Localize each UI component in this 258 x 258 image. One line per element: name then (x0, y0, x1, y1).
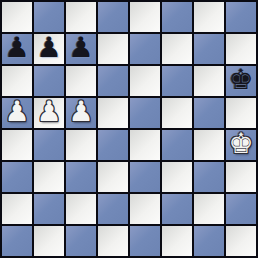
square-h6[interactable]: ♚ (226, 66, 256, 96)
square-f6[interactable] (162, 66, 192, 96)
square-b8[interactable] (34, 2, 64, 32)
square-c6[interactable] (66, 66, 96, 96)
square-b5[interactable]: ♟ (34, 98, 64, 128)
square-d6[interactable] (98, 66, 128, 96)
square-e7[interactable] (130, 34, 160, 64)
square-e6[interactable] (130, 66, 160, 96)
black-king[interactable]: ♚ (228, 66, 253, 95)
square-a4[interactable] (2, 130, 32, 160)
black-pawn[interactable]: ♟ (36, 34, 61, 63)
square-g7[interactable] (194, 34, 224, 64)
square-d1[interactable] (98, 226, 128, 256)
square-a8[interactable] (2, 2, 32, 32)
square-a5[interactable]: ♟ (2, 98, 32, 128)
white-king[interactable]: ♚ (228, 130, 253, 159)
square-a3[interactable] (2, 162, 32, 192)
square-e5[interactable] (130, 98, 160, 128)
square-c1[interactable] (66, 226, 96, 256)
square-a1[interactable] (2, 226, 32, 256)
white-pawn[interactable]: ♟ (36, 98, 61, 127)
square-e2[interactable] (130, 194, 160, 224)
square-c7[interactable]: ♟ (66, 34, 96, 64)
square-c4[interactable] (66, 130, 96, 160)
square-c5[interactable]: ♟ (66, 98, 96, 128)
black-pawn[interactable]: ♟ (68, 34, 93, 63)
square-f2[interactable] (162, 194, 192, 224)
square-f3[interactable] (162, 162, 192, 192)
square-h7[interactable] (226, 34, 256, 64)
square-h8[interactable] (226, 2, 256, 32)
square-c8[interactable] (66, 2, 96, 32)
square-g5[interactable] (194, 98, 224, 128)
square-b4[interactable] (34, 130, 64, 160)
square-d5[interactable] (98, 98, 128, 128)
square-g4[interactable] (194, 130, 224, 160)
square-e4[interactable] (130, 130, 160, 160)
square-a2[interactable] (2, 194, 32, 224)
square-d4[interactable] (98, 130, 128, 160)
chess-board: ♟♟♟♚♟♟♟♚ (0, 0, 258, 258)
square-d8[interactable] (98, 2, 128, 32)
square-h2[interactable] (226, 194, 256, 224)
square-e8[interactable] (130, 2, 160, 32)
white-pawn[interactable]: ♟ (68, 98, 93, 127)
square-d3[interactable] (98, 162, 128, 192)
square-b6[interactable] (34, 66, 64, 96)
square-f7[interactable] (162, 34, 192, 64)
square-b1[interactable] (34, 226, 64, 256)
square-f5[interactable] (162, 98, 192, 128)
square-a6[interactable] (2, 66, 32, 96)
square-a7[interactable]: ♟ (2, 34, 32, 64)
square-b7[interactable]: ♟ (34, 34, 64, 64)
square-d7[interactable] (98, 34, 128, 64)
square-f4[interactable] (162, 130, 192, 160)
square-e3[interactable] (130, 162, 160, 192)
black-pawn[interactable]: ♟ (4, 34, 29, 63)
square-f1[interactable] (162, 226, 192, 256)
square-d2[interactable] (98, 194, 128, 224)
square-g1[interactable] (194, 226, 224, 256)
square-g2[interactable] (194, 194, 224, 224)
white-pawn[interactable]: ♟ (4, 98, 29, 127)
square-g3[interactable] (194, 162, 224, 192)
square-g8[interactable] (194, 2, 224, 32)
square-g6[interactable] (194, 66, 224, 96)
square-b3[interactable] (34, 162, 64, 192)
square-h5[interactable] (226, 98, 256, 128)
square-h3[interactable] (226, 162, 256, 192)
square-f8[interactable] (162, 2, 192, 32)
square-e1[interactable] (130, 226, 160, 256)
square-h1[interactable] (226, 226, 256, 256)
square-c2[interactable] (66, 194, 96, 224)
square-c3[interactable] (66, 162, 96, 192)
square-h4[interactable]: ♚ (226, 130, 256, 160)
square-b2[interactable] (34, 194, 64, 224)
